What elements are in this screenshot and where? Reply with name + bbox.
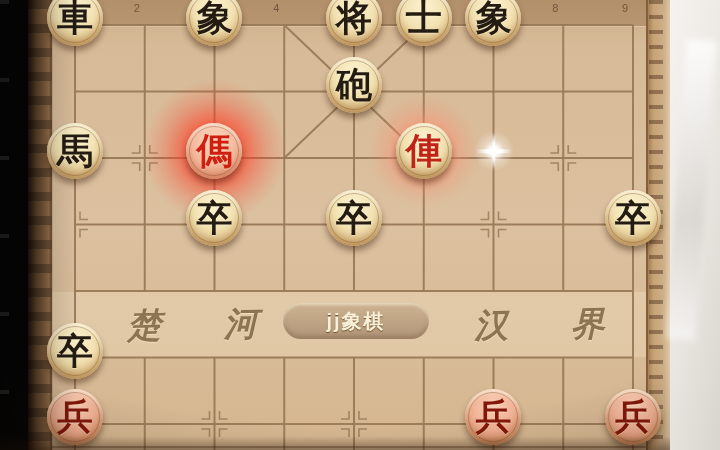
piece-red-soldier[interactable]: 兵 xyxy=(47,389,103,445)
piece-character: 卒 xyxy=(336,200,372,236)
piece-character: 兵 xyxy=(57,399,93,435)
background-right xyxy=(670,0,720,450)
piece-character: 将 xyxy=(336,0,372,36)
piece-character: 砲 xyxy=(336,67,372,103)
piece-character: 車 xyxy=(57,0,93,36)
piece-character: 象 xyxy=(475,0,511,36)
piece-black-chariot[interactable]: 車 xyxy=(47,0,103,46)
piece-character: 兵 xyxy=(615,399,651,435)
piece-character: 俥 xyxy=(406,133,442,169)
piece-character: 卒 xyxy=(57,333,93,369)
piece-black-advisor[interactable]: 士 xyxy=(396,0,452,46)
board-surface[interactable]: 車象将士象砲馬傌俥卒卒卒卒兵兵兵 xyxy=(40,0,668,450)
xiangqi-board: 123456789 楚 河 汉 界 jj象棋 車象将士象砲馬傌俥卒卒卒卒兵兵兵 xyxy=(0,0,720,450)
piece-character: 卒 xyxy=(196,200,232,236)
piece-red-soldier[interactable]: 兵 xyxy=(605,389,661,445)
piece-character: 馬 xyxy=(57,133,93,169)
piece-black-horse[interactable]: 馬 xyxy=(47,123,103,179)
piece-red-horse[interactable]: 傌 xyxy=(186,123,242,179)
piece-red-chariot[interactable]: 俥 xyxy=(396,123,452,179)
piece-black-elephant[interactable]: 象 xyxy=(465,0,521,46)
piece-character: 卒 xyxy=(615,200,651,236)
piece-character: 象 xyxy=(196,0,232,36)
piece-character: 兵 xyxy=(475,399,511,435)
sparkle-effect xyxy=(471,128,517,174)
piece-black-general[interactable]: 将 xyxy=(326,0,382,46)
game-screen: 123456789 楚 河 汉 界 jj象棋 車象将士象砲馬傌俥卒卒卒卒兵兵兵 xyxy=(0,0,720,450)
piece-black-elephant[interactable]: 象 xyxy=(186,0,242,46)
piece-red-soldier[interactable]: 兵 xyxy=(465,389,521,445)
piece-character: 士 xyxy=(406,0,442,36)
piece-character: 傌 xyxy=(196,133,232,169)
piece-black-soldier[interactable]: 卒 xyxy=(326,190,382,246)
piece-black-soldier[interactable]: 卒 xyxy=(605,190,661,246)
piece-black-soldier[interactable]: 卒 xyxy=(186,190,242,246)
piece-black-cannon[interactable]: 砲 xyxy=(326,57,382,113)
piece-black-soldier[interactable]: 卒 xyxy=(47,323,103,379)
